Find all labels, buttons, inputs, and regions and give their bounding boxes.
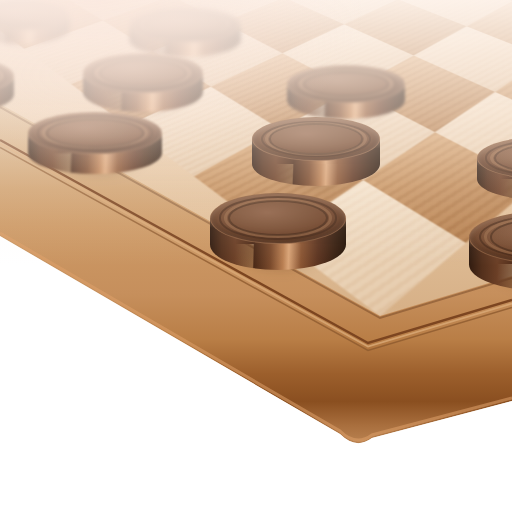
dark-man-d2[interactable] — [83, 53, 203, 112]
piece-top-face — [210, 193, 346, 244]
pieces-layer — [0, 0, 512, 512]
piece-ring-groove — [228, 200, 327, 236]
dark-man-a3[interactable] — [0, 0, 70, 44]
piece-top-face — [83, 53, 203, 93]
piece-ring-groove — [99, 59, 186, 87]
piece-top-face — [287, 65, 405, 103]
dark-man-c3[interactable] — [129, 7, 241, 57]
checkers-scene — [0, 0, 512, 512]
piece-top-face — [28, 112, 162, 154]
piece-ring-groove — [303, 71, 389, 98]
dark-man-g1[interactable] — [210, 193, 346, 270]
piece-top-face — [129, 7, 241, 42]
dark-man-e3[interactable] — [287, 65, 405, 119]
dark-man-h2[interactable] — [469, 211, 512, 291]
piece-ring-groove — [269, 123, 362, 154]
piece-ring-groove — [144, 12, 225, 36]
dark-man-e1[interactable] — [28, 112, 162, 174]
dark-man-g3[interactable] — [477, 137, 512, 200]
piece-top-face — [252, 117, 380, 161]
dark-man-f2[interactable] — [252, 117, 380, 186]
piece-ring-groove — [0, 62, 3, 90]
dark-man-b2[interactable] — [0, 58, 14, 112]
piece-ring-groove — [46, 118, 144, 148]
